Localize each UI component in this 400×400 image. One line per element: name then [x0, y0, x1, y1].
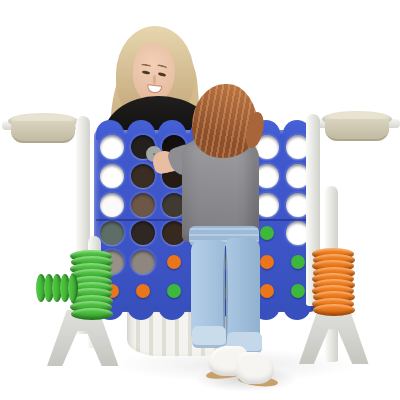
- cell-r4c2: [127, 219, 158, 248]
- empty-hole: [131, 193, 155, 217]
- empty-hole: [100, 221, 124, 245]
- cell-r3c1: [96, 190, 127, 219]
- empty-hole: [131, 164, 155, 188]
- adult-nose: [153, 75, 156, 84]
- cell-r6c2: [127, 276, 158, 305]
- cell-r5c3: [158, 248, 189, 277]
- cell-r3c2: [127, 190, 158, 219]
- bottom-scallop: [283, 306, 311, 320]
- green-ring-piece: [167, 284, 181, 298]
- green-ring-piece: [291, 284, 305, 298]
- green-ring-piece: [260, 226, 274, 240]
- green-ring: [68, 274, 78, 302]
- empty-hole: [100, 193, 124, 217]
- right-ring-tray: [325, 119, 389, 141]
- left-ring-tray: [11, 121, 75, 143]
- orange-ring-storage-stack: [312, 248, 356, 316]
- orange-ring-piece: [260, 284, 274, 298]
- green-ring-side-peg-stack: [36, 274, 80, 304]
- empty-hole: [100, 135, 124, 159]
- child-shoe-right: [236, 352, 274, 384]
- orange-ring-piece: [167, 255, 181, 269]
- child-jeans-cuff-left: [192, 326, 226, 348]
- empty-hole: [100, 164, 124, 188]
- bottom-scallop: [127, 306, 155, 320]
- cell-r2c1: [96, 162, 127, 191]
- bottom-scallop: [158, 306, 186, 320]
- cell-r5c2: [127, 248, 158, 277]
- orange-ring: [313, 304, 355, 316]
- cell-r1c1: [96, 133, 127, 162]
- empty-hole: [131, 221, 155, 245]
- empty-hole: [131, 250, 155, 274]
- product-photo-scene: [0, 0, 400, 400]
- green-ring-piece: [291, 255, 305, 269]
- cell-r6c3: [158, 276, 189, 305]
- orange-ring-piece: [260, 255, 274, 269]
- orange-ring-piece: [136, 284, 150, 298]
- green-ring: [71, 308, 113, 320]
